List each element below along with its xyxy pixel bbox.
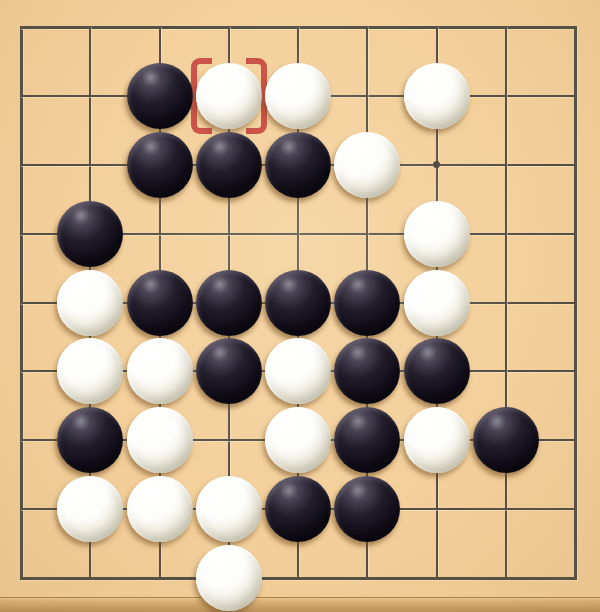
black-stone-c3r2[interactable] <box>127 63 193 129</box>
white-stone-c5r2[interactable] <box>265 63 331 129</box>
black-stone-c4r5[interactable] <box>196 270 262 336</box>
white-stone-c7r4[interactable] <box>404 201 470 267</box>
white-stone-c2r8[interactable] <box>57 476 123 542</box>
black-stone-c3r5[interactable] <box>127 270 193 336</box>
white-stone-c4r9[interactable] <box>196 545 262 611</box>
black-stone-c2r4[interactable] <box>57 201 123 267</box>
white-stone-c5r6[interactable] <box>265 338 331 404</box>
white-stone-c4r8[interactable] <box>196 476 262 542</box>
black-stone-c4r6[interactable] <box>196 338 262 404</box>
black-stone-c6r8[interactable] <box>334 476 400 542</box>
white-stone-c3r6[interactable] <box>127 338 193 404</box>
white-stone-c6r3[interactable] <box>334 132 400 198</box>
black-stone-c7r6[interactable] <box>404 338 470 404</box>
go-board[interactable] <box>0 0 600 612</box>
grid-line-vertical <box>505 26 507 580</box>
white-stone-c2r5[interactable] <box>57 270 123 336</box>
black-stone-c8r7[interactable] <box>473 407 539 473</box>
white-stone-c3r8[interactable] <box>127 476 193 542</box>
white-stone-c4r2[interactable] <box>196 63 262 129</box>
black-stone-c5r5[interactable] <box>265 270 331 336</box>
black-stone-c4r3[interactable] <box>196 132 262 198</box>
white-stone-c7r2[interactable] <box>404 63 470 129</box>
black-stone-c5r3[interactable] <box>265 132 331 198</box>
black-stone-c3r3[interactable] <box>127 132 193 198</box>
white-stone-c3r7[interactable] <box>127 407 193 473</box>
white-stone-c7r7[interactable] <box>404 407 470 473</box>
black-stone-c6r5[interactable] <box>334 270 400 336</box>
black-stone-c5r8[interactable] <box>265 476 331 542</box>
grid-line-vertical <box>574 26 577 580</box>
white-stone-c5r7[interactable] <box>265 407 331 473</box>
white-stone-c7r5[interactable] <box>404 270 470 336</box>
grid-line-horizontal <box>20 577 577 580</box>
